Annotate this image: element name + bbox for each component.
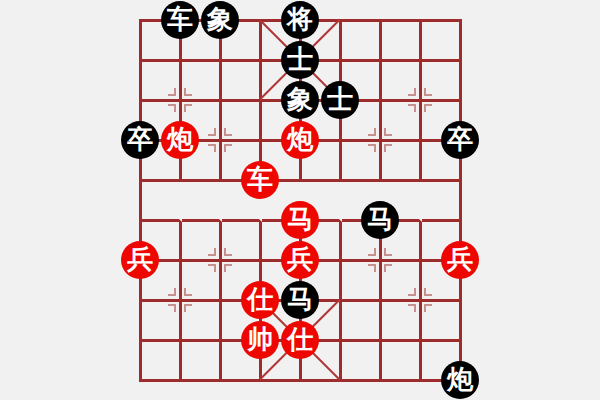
board-cell[interactable] (342, 22, 382, 62)
red-chariot[interactable]: 车 (241, 161, 279, 199)
star-point-corner (224, 264, 232, 272)
red-cannon[interactable]: 炮 (281, 121, 319, 159)
board-cell[interactable] (422, 22, 462, 62)
black-soldier[interactable]: 卒 (441, 121, 479, 159)
star-point-corner (168, 288, 176, 296)
red-soldier[interactable]: 兵 (441, 241, 479, 279)
star-point-corner (184, 104, 192, 112)
star-point-corner (168, 104, 176, 112)
black-horse[interactable]: 马 (281, 281, 319, 319)
star-point-marker (408, 288, 432, 312)
star-point-corner (384, 144, 392, 152)
star-point-corner (184, 288, 192, 296)
star-point-corner (208, 248, 216, 256)
red-cannon[interactable]: 炮 (161, 121, 199, 159)
board-cell[interactable] (342, 342, 382, 382)
black-elephant[interactable]: 象 (281, 81, 319, 119)
xiangqi-board-screenshot: 车象将士象士卒炮炮卒车马马兵兵兵仕马帅仕炮 (0, 0, 600, 400)
star-point-corner (408, 104, 416, 112)
board-cell[interactable] (222, 62, 262, 102)
star-point-corner (408, 304, 416, 312)
star-point-corner (424, 88, 432, 96)
star-point-corner (208, 264, 216, 272)
star-point-corner (424, 104, 432, 112)
star-point-corner (184, 88, 192, 96)
black-advisor[interactable]: 士 (321, 81, 359, 119)
black-advisor[interactable]: 士 (281, 41, 319, 79)
star-point-corner (368, 144, 376, 152)
star-point-corner (424, 304, 432, 312)
red-advisor[interactable]: 仕 (281, 321, 319, 359)
red-advisor[interactable]: 仕 (241, 281, 279, 319)
star-point-corner (208, 128, 216, 136)
star-point-corner (424, 288, 432, 296)
black-horse[interactable]: 马 (361, 201, 399, 239)
star-point-marker (208, 128, 232, 152)
star-point-marker (168, 88, 192, 112)
star-point-marker (368, 128, 392, 152)
star-point-marker (168, 288, 192, 312)
board-cell[interactable] (422, 182, 462, 222)
black-chariot[interactable]: 车 (161, 1, 199, 39)
red-general[interactable]: 帅 (241, 321, 279, 359)
board-cell[interactable] (142, 182, 182, 222)
board-cell[interactable] (382, 342, 422, 382)
board-cell[interactable] (342, 302, 382, 342)
black-elephant[interactable]: 象 (201, 1, 239, 39)
star-point-corner (224, 144, 232, 152)
star-point-corner (368, 128, 376, 136)
star-point-corner (408, 288, 416, 296)
star-point-corner (184, 304, 192, 312)
black-general[interactable]: 将 (281, 1, 319, 39)
star-point-corner (208, 144, 216, 152)
star-point-corner (224, 128, 232, 136)
black-cannon[interactable]: 炮 (441, 361, 479, 399)
star-point-marker (208, 248, 232, 272)
star-point-corner (368, 248, 376, 256)
star-point-corner (384, 248, 392, 256)
board-cell[interactable] (142, 342, 182, 382)
star-point-corner (224, 248, 232, 256)
board-cell[interactable] (182, 182, 222, 222)
star-point-corner (168, 88, 176, 96)
red-horse[interactable]: 马 (281, 201, 319, 239)
red-soldier[interactable]: 兵 (281, 241, 319, 279)
star-point-marker (368, 248, 392, 272)
board-cell[interactable] (382, 22, 422, 62)
star-point-corner (168, 304, 176, 312)
star-point-corner (384, 264, 392, 272)
star-point-marker (408, 88, 432, 112)
star-point-corner (408, 88, 416, 96)
star-point-corner (368, 264, 376, 272)
black-soldier[interactable]: 卒 (121, 121, 159, 159)
red-soldier[interactable]: 兵 (121, 241, 159, 279)
board-cell[interactable] (182, 342, 222, 382)
star-point-corner (384, 128, 392, 136)
